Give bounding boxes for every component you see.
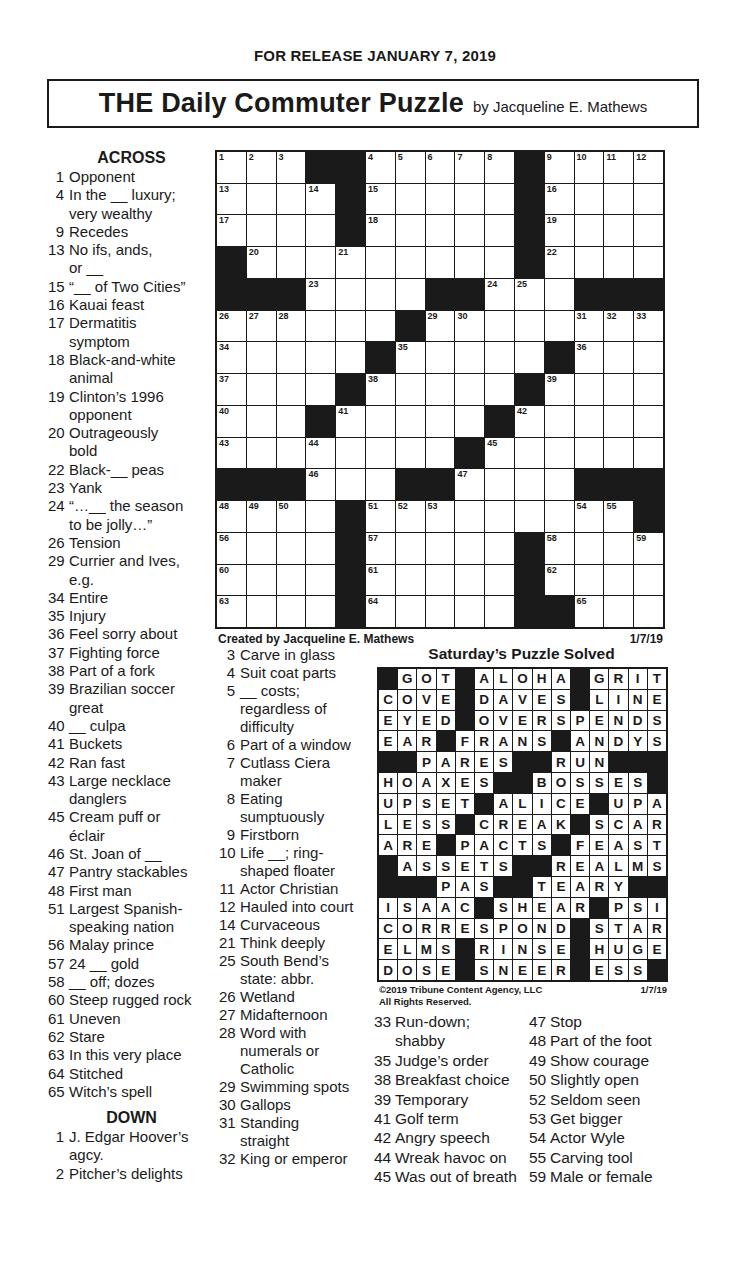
grid-cell[interactable] <box>306 247 335 278</box>
grid-cell[interactable]: 52 <box>396 501 425 532</box>
grid-cell[interactable]: 30 <box>455 311 484 342</box>
solved-letter-cell: S <box>417 815 435 835</box>
grid-cell[interactable] <box>485 374 514 405</box>
grid-cell[interactable] <box>336 279 365 310</box>
clue-text: Recedes <box>69 223 215 241</box>
clue: 3Carve in glass <box>219 646 372 664</box>
clue-number: 9 <box>48 223 69 241</box>
grid-cell[interactable] <box>604 374 633 405</box>
grid-cell[interactable] <box>366 279 395 310</box>
grid-cell[interactable]: 48 <box>217 501 246 532</box>
clue: 9Firstborn <box>219 826 372 844</box>
grid-cell[interactable]: 7 <box>455 152 484 183</box>
grid-cell[interactable] <box>515 501 544 532</box>
grid-cell[interactable]: 36 <box>575 342 604 373</box>
grid-cell[interactable] <box>634 406 663 437</box>
clue: 11Actor Christian <box>219 880 372 898</box>
grid-cell[interactable]: 9 <box>545 152 574 183</box>
grid-cell[interactable]: 53 <box>426 501 455 532</box>
solved-letter-cell: A <box>609 835 627 855</box>
solved-letter-cell: O <box>417 669 435 689</box>
grid-cell[interactable]: 54 <box>575 501 604 532</box>
grid-cell[interactable] <box>545 469 574 500</box>
grid-cell[interactable] <box>247 406 276 437</box>
grid-cell[interactable] <box>426 438 455 469</box>
solved-letter-cell: R <box>552 856 570 876</box>
grid-cell[interactable] <box>396 596 425 627</box>
grid-cell[interactable] <box>455 215 484 246</box>
grid-cell[interactable]: 25 <box>515 279 544 310</box>
solved-letter-cell: E <box>379 711 397 731</box>
grid-cell[interactable] <box>575 247 604 278</box>
grid-cell[interactable] <box>455 406 484 437</box>
clue: 26Tension <box>48 534 215 552</box>
grid-cell[interactable] <box>545 406 574 437</box>
clue-number: 15 <box>48 278 69 296</box>
grid-cell[interactable]: 18 <box>366 215 395 246</box>
solved-letter-cell: A <box>571 877 589 897</box>
grid-cell[interactable] <box>515 469 544 500</box>
grid-cell[interactable] <box>455 501 484 532</box>
solved-letter-cell: E <box>417 711 435 731</box>
cell-number: 51 <box>368 501 378 512</box>
solved-letter-cell: E <box>437 960 455 980</box>
solved-letter-cell: L <box>379 815 397 835</box>
grid-cell[interactable] <box>485 342 514 373</box>
clue: 45Was out of breath <box>374 1167 527 1186</box>
grid-cell[interactable] <box>485 533 514 564</box>
grid-cell[interactable]: 58 <box>545 533 574 564</box>
grid-cell[interactable] <box>336 342 365 373</box>
grid-cell[interactable]: 47 <box>455 469 484 500</box>
grid-cell[interactable] <box>575 438 604 469</box>
grid-cell[interactable] <box>485 247 514 278</box>
solved-letter-cell: R <box>398 835 416 855</box>
grid-cell[interactable]: 4 <box>366 152 395 183</box>
grid-cell[interactable] <box>545 438 574 469</box>
clue-text: Entire <box>69 589 215 607</box>
grid-cell[interactable]: 3 <box>277 152 306 183</box>
grid-cell[interactable]: 33 <box>634 311 663 342</box>
grid-cell[interactable]: 59 <box>634 533 663 564</box>
grid-cell[interactable] <box>634 374 663 405</box>
grid-cell[interactable]: 24 <box>485 279 514 310</box>
cell-number: 17 <box>219 215 229 226</box>
block-cell <box>306 406 335 437</box>
grid-cell[interactable] <box>336 438 365 469</box>
grid-cell[interactable] <box>634 438 663 469</box>
grid-cell[interactable] <box>306 374 335 405</box>
grid-cell[interactable] <box>366 406 395 437</box>
grid-cell[interactable]: 60 <box>217 565 246 596</box>
grid-cell[interactable] <box>604 215 633 246</box>
clue: 28Word with numerals or Catholic <box>219 1024 372 1078</box>
solved-letter-cell: U <box>379 794 397 814</box>
cell-number: 3 <box>279 152 284 163</box>
grid-cell[interactable]: 15 <box>366 184 395 215</box>
grid-cell[interactable]: 23 <box>306 279 335 310</box>
solved-letter-cell: E <box>609 773 627 793</box>
solved-letter-cell: O <box>513 669 531 689</box>
clue-text: Firstborn <box>240 826 372 844</box>
grid-cell[interactable] <box>426 184 455 215</box>
grid-cell[interactable] <box>545 311 574 342</box>
grid-cell[interactable] <box>604 533 633 564</box>
clue-number: 65 <box>48 1083 69 1101</box>
grid-cell[interactable] <box>396 215 425 246</box>
down-clue-list-3: 33Run-down; shabby35Judge’s order38Break… <box>374 1012 527 1187</box>
grid-cell[interactable] <box>575 215 604 246</box>
grid-cell[interactable] <box>575 406 604 437</box>
grid-cell[interactable]: 50 <box>277 501 306 532</box>
cell-number: 23 <box>308 279 318 290</box>
grid-cell[interactable] <box>426 533 455 564</box>
grid-cell[interactable] <box>634 565 663 596</box>
solved-block-cell <box>456 960 474 980</box>
grid-cell[interactable]: 37 <box>217 374 246 405</box>
grid-cell[interactable]: 27 <box>247 311 276 342</box>
grid-cell[interactable] <box>247 374 276 405</box>
solved-letter-cell: L <box>513 794 531 814</box>
grid-cell[interactable]: 35 <box>396 342 425 373</box>
grid-cell[interactable] <box>485 596 514 627</box>
grid-cell[interactable]: 20 <box>247 247 276 278</box>
grid-cell[interactable] <box>306 533 335 564</box>
grid-cell[interactable] <box>366 469 395 500</box>
solved-letter-cell: D <box>437 711 455 731</box>
grid-cell[interactable]: 51 <box>366 501 395 532</box>
grid-cell[interactable] <box>575 374 604 405</box>
cell-number: 52 <box>398 501 408 512</box>
grid-cell[interactable]: 14 <box>306 184 335 215</box>
grid-cell[interactable] <box>604 342 633 373</box>
grid-cell[interactable]: 31 <box>575 311 604 342</box>
solved-letter-cell: S <box>590 919 608 939</box>
grid-cell[interactable] <box>396 565 425 596</box>
solved-letter-cell: F <box>571 835 589 855</box>
clue-number: 39 <box>48 680 69 717</box>
grid-cell[interactable] <box>336 311 365 342</box>
clue-text: Temporary <box>395 1090 527 1109</box>
grid-cell[interactable] <box>515 342 544 373</box>
grid-cell[interactable]: 55 <box>604 501 633 532</box>
grid-cell[interactable] <box>306 501 335 532</box>
cell-number: 18 <box>368 215 378 226</box>
grid-cell[interactable] <box>396 247 425 278</box>
grid-cell[interactable]: 8 <box>485 152 514 183</box>
grid-cell[interactable] <box>306 215 335 246</box>
cell-number: 48 <box>219 501 229 512</box>
grid-cell[interactable] <box>277 406 306 437</box>
solved-letter-cell: A <box>533 815 551 835</box>
solved-block-cell <box>398 877 416 897</box>
grid-cell[interactable] <box>604 438 633 469</box>
cell-number: 13 <box>219 184 229 195</box>
block-cell <box>336 533 365 564</box>
grid-cell[interactable]: 10 <box>575 152 604 183</box>
grid-cell[interactable] <box>277 342 306 373</box>
grid-cell[interactable]: 19 <box>545 215 574 246</box>
solved-letter-cell: C <box>456 898 474 918</box>
block-cell <box>217 247 246 278</box>
solved-letter-cell: A <box>417 898 435 918</box>
grid-cell[interactable] <box>247 565 276 596</box>
solved-block-cell <box>379 856 397 876</box>
grid-cell[interactable] <box>277 596 306 627</box>
grid-cell[interactable]: 2 <box>247 152 276 183</box>
grid-cell[interactable] <box>306 565 335 596</box>
grid-cell[interactable] <box>455 596 484 627</box>
cell-number: 29 <box>428 311 438 322</box>
crossword-grid[interactable]: 1234567891011121314151617181920212223242… <box>215 150 665 629</box>
clue: 17Dermatitis symptom <box>48 314 215 351</box>
clue-number: 28 <box>219 1024 240 1078</box>
solved-letter-cell: K <box>552 815 570 835</box>
solved-letter-cell: E <box>513 960 531 980</box>
grid-cell[interactable]: 62 <box>545 565 574 596</box>
clue: 63In this very place <box>48 1046 215 1064</box>
grid-cell[interactable] <box>277 438 306 469</box>
grid-cell[interactable] <box>604 184 633 215</box>
solved-letter-cell: P <box>629 794 647 814</box>
grid-cell[interactable] <box>277 215 306 246</box>
grid-cell[interactable] <box>277 247 306 278</box>
grid-cell[interactable] <box>366 311 395 342</box>
solved-letter-cell: H <box>513 898 531 918</box>
clue-number: 34 <box>48 589 69 607</box>
solved-letter-cell: N <box>590 731 608 751</box>
clue-text: Yank <box>69 479 215 497</box>
grid-cell[interactable] <box>634 215 663 246</box>
grid-cell[interactable]: 61 <box>366 565 395 596</box>
grid-cell[interactable] <box>634 596 663 627</box>
grid-cell[interactable]: 16 <box>545 184 574 215</box>
grid-cell[interactable] <box>455 342 484 373</box>
grid-cell[interactable] <box>455 374 484 405</box>
grid-cell[interactable]: 64 <box>366 596 395 627</box>
clue-number: 63 <box>48 1046 69 1064</box>
grid-cell[interactable]: 28 <box>277 311 306 342</box>
grid-cell[interactable] <box>277 184 306 215</box>
clue-number: 54 <box>529 1128 550 1147</box>
clue: 38Part of a fork <box>48 662 215 680</box>
grid-cell[interactable] <box>306 311 335 342</box>
grid-cell[interactable] <box>396 438 425 469</box>
solved-letter-cell: R <box>552 752 570 772</box>
puzzle-title: THE Daily Commuter Puzzle <box>99 88 464 119</box>
grid-cell[interactable] <box>485 311 514 342</box>
grid-cell[interactable] <box>396 406 425 437</box>
grid-cell[interactable] <box>455 247 484 278</box>
solved-letter-cell: A <box>398 856 416 876</box>
clue: 30Gallops <box>219 1096 372 1114</box>
grid-cell[interactable] <box>426 565 455 596</box>
grid-cell[interactable] <box>277 533 306 564</box>
grid-cell[interactable] <box>277 374 306 405</box>
block-cell <box>426 279 455 310</box>
solved-letter-cell: S <box>533 835 551 855</box>
grid-cell[interactable]: 40 <box>217 406 246 437</box>
grid-cell[interactable]: 13 <box>217 184 246 215</box>
grid-cell[interactable] <box>247 184 276 215</box>
grid-cell[interactable] <box>455 565 484 596</box>
grid-cell[interactable] <box>604 565 633 596</box>
solved-letter-cell: T <box>648 669 666 689</box>
clue-text: Largest Spanish- speaking nation <box>69 900 215 937</box>
grid-cell[interactable]: 43 <box>217 438 246 469</box>
solved-letter-cell: E <box>533 690 551 710</box>
grid-cell[interactable]: 42 <box>515 406 544 437</box>
grid-cell[interactable]: 29 <box>426 311 455 342</box>
cell-number: 11 <box>606 152 616 163</box>
clue: 19Clinton’s 1996 opponent <box>48 388 215 425</box>
clue-number: 45 <box>374 1167 395 1186</box>
grid-cell[interactable] <box>604 596 633 627</box>
cell-number: 55 <box>606 501 616 512</box>
solved-letter-cell: A <box>475 669 493 689</box>
clue-text: Actor Christian <box>240 880 372 898</box>
grid-cell[interactable]: 11 <box>604 152 633 183</box>
grid-cell[interactable]: 65 <box>575 596 604 627</box>
grid-cell[interactable]: 46 <box>306 469 335 500</box>
clue-text: Eating sumptuously <box>240 790 372 826</box>
clue-text: Cream puff or éclair <box>69 808 215 845</box>
grid-cell[interactable]: 45 <box>485 438 514 469</box>
grid-cell[interactable]: 5 <box>396 152 425 183</box>
grid-cell[interactable] <box>247 596 276 627</box>
grid-cell[interactable] <box>575 565 604 596</box>
grid-cell[interactable] <box>306 342 335 373</box>
grid-cell[interactable] <box>247 342 276 373</box>
solved-letter-cell: N <box>533 919 551 939</box>
grid-cell[interactable] <box>366 438 395 469</box>
grid-cell[interactable] <box>455 184 484 215</box>
grid-cell[interactable] <box>396 184 425 215</box>
grid-cell[interactable]: 17 <box>217 215 246 246</box>
block-cell <box>634 469 663 500</box>
grid-cell[interactable] <box>545 279 574 310</box>
grid-cell[interactable]: 12 <box>634 152 663 183</box>
solved-letter-cell: C <box>609 815 627 835</box>
solved-letter-cell: R <box>437 919 455 939</box>
grid-cell[interactable] <box>336 469 365 500</box>
grid-cell[interactable] <box>604 406 633 437</box>
block-cell <box>545 342 574 373</box>
grid-cell[interactable] <box>366 247 395 278</box>
grid-cell[interactable]: 57 <box>366 533 395 564</box>
block-cell <box>247 469 276 500</box>
grid-cell[interactable]: 41 <box>336 406 365 437</box>
grid-cell[interactable]: 49 <box>247 501 276 532</box>
clue-text: __ costs; regardless of difficulty <box>240 682 372 736</box>
solved-letter-cell: C <box>379 919 397 939</box>
grid-cell[interactable] <box>247 533 276 564</box>
solved-letter-cell: P <box>398 794 416 814</box>
clue: 31Standing straight <box>219 1114 372 1150</box>
cell-number: 57 <box>368 533 378 544</box>
solved-block-cell <box>456 815 474 835</box>
solved-letter-cell: A <box>437 752 455 772</box>
grid-cell[interactable]: 44 <box>306 438 335 469</box>
clue: 13No ifs, ands, or __ <box>48 241 215 278</box>
clue-number: 23 <box>48 479 69 497</box>
solved-block-cell <box>437 731 455 751</box>
grid-cell[interactable] <box>485 469 514 500</box>
grid-cell[interactable] <box>455 533 484 564</box>
grid-cell[interactable] <box>396 279 425 310</box>
cell-number: 64 <box>368 596 378 607</box>
grid-cell[interactable] <box>575 184 604 215</box>
credit-row: Created by Jacqueline E. Mathews 1/7/19 <box>218 632 663 646</box>
grid-cell[interactable]: 38 <box>366 374 395 405</box>
solved-block-cell <box>629 752 647 772</box>
clue-number: 4 <box>219 664 240 682</box>
grid-cell[interactable] <box>515 438 544 469</box>
grid-cell[interactable] <box>634 247 663 278</box>
grid-cell[interactable] <box>485 215 514 246</box>
clue: 6Part of a window <box>219 736 372 754</box>
grid-cell[interactable]: 32 <box>604 311 633 342</box>
grid-cell[interactable] <box>396 374 425 405</box>
grid-cell[interactable] <box>426 596 455 627</box>
grid-cell[interactable] <box>396 533 425 564</box>
solved-letter-cell: C <box>552 794 570 814</box>
grid-cell[interactable]: 6 <box>426 152 455 183</box>
grid-cell[interactable] <box>426 247 455 278</box>
grid-cell[interactable] <box>426 342 455 373</box>
cell-number: 63 <box>219 596 229 607</box>
grid-cell[interactable] <box>426 374 455 405</box>
grid-cell[interactable] <box>247 438 276 469</box>
clue-text: Carve in glass <box>240 646 372 664</box>
grid-cell[interactable] <box>634 342 663 373</box>
grid-cell[interactable]: 26 <box>217 311 246 342</box>
grid-cell[interactable] <box>426 215 455 246</box>
grid-cell[interactable] <box>604 247 633 278</box>
grid-cell[interactable]: 1 <box>217 152 246 183</box>
grid-cell[interactable] <box>485 501 514 532</box>
grid-cell[interactable]: 56 <box>217 533 246 564</box>
grid-cell[interactable] <box>247 215 276 246</box>
solved-letter-cell: S <box>629 960 647 980</box>
grid-cell[interactable] <box>277 565 306 596</box>
grid-cell[interactable]: 21 <box>336 247 365 278</box>
clue-number: 10 <box>219 844 240 880</box>
clue-number: 38 <box>374 1070 395 1089</box>
grid-cell[interactable] <box>426 406 455 437</box>
grid-cell[interactable] <box>485 184 514 215</box>
grid-cell[interactable] <box>634 184 663 215</box>
grid-cell[interactable]: 63 <box>217 596 246 627</box>
clue: 64Stitched <box>48 1065 215 1083</box>
clue-text: Pitcher’s delights <box>69 1165 215 1183</box>
grid-cell[interactable]: 39 <box>545 374 574 405</box>
grid-cell[interactable] <box>485 565 514 596</box>
grid-cell[interactable] <box>545 501 574 532</box>
clue-text: Breakfast choice <box>395 1070 527 1089</box>
solved-block-cell <box>513 752 531 772</box>
block-cell <box>515 152 544 183</box>
grid-cell[interactable] <box>515 311 544 342</box>
clue-text: Brazilian soccer great <box>69 680 215 717</box>
grid-cell[interactable] <box>306 596 335 627</box>
solved-letter-cell: E <box>648 690 666 710</box>
grid-cell[interactable] <box>575 533 604 564</box>
solved-letter-cell: R <box>571 898 589 918</box>
grid-cell[interactable]: 22 <box>545 247 574 278</box>
clue-text: Carving tool <box>550 1148 697 1167</box>
grid-cell[interactable]: 34 <box>217 342 246 373</box>
